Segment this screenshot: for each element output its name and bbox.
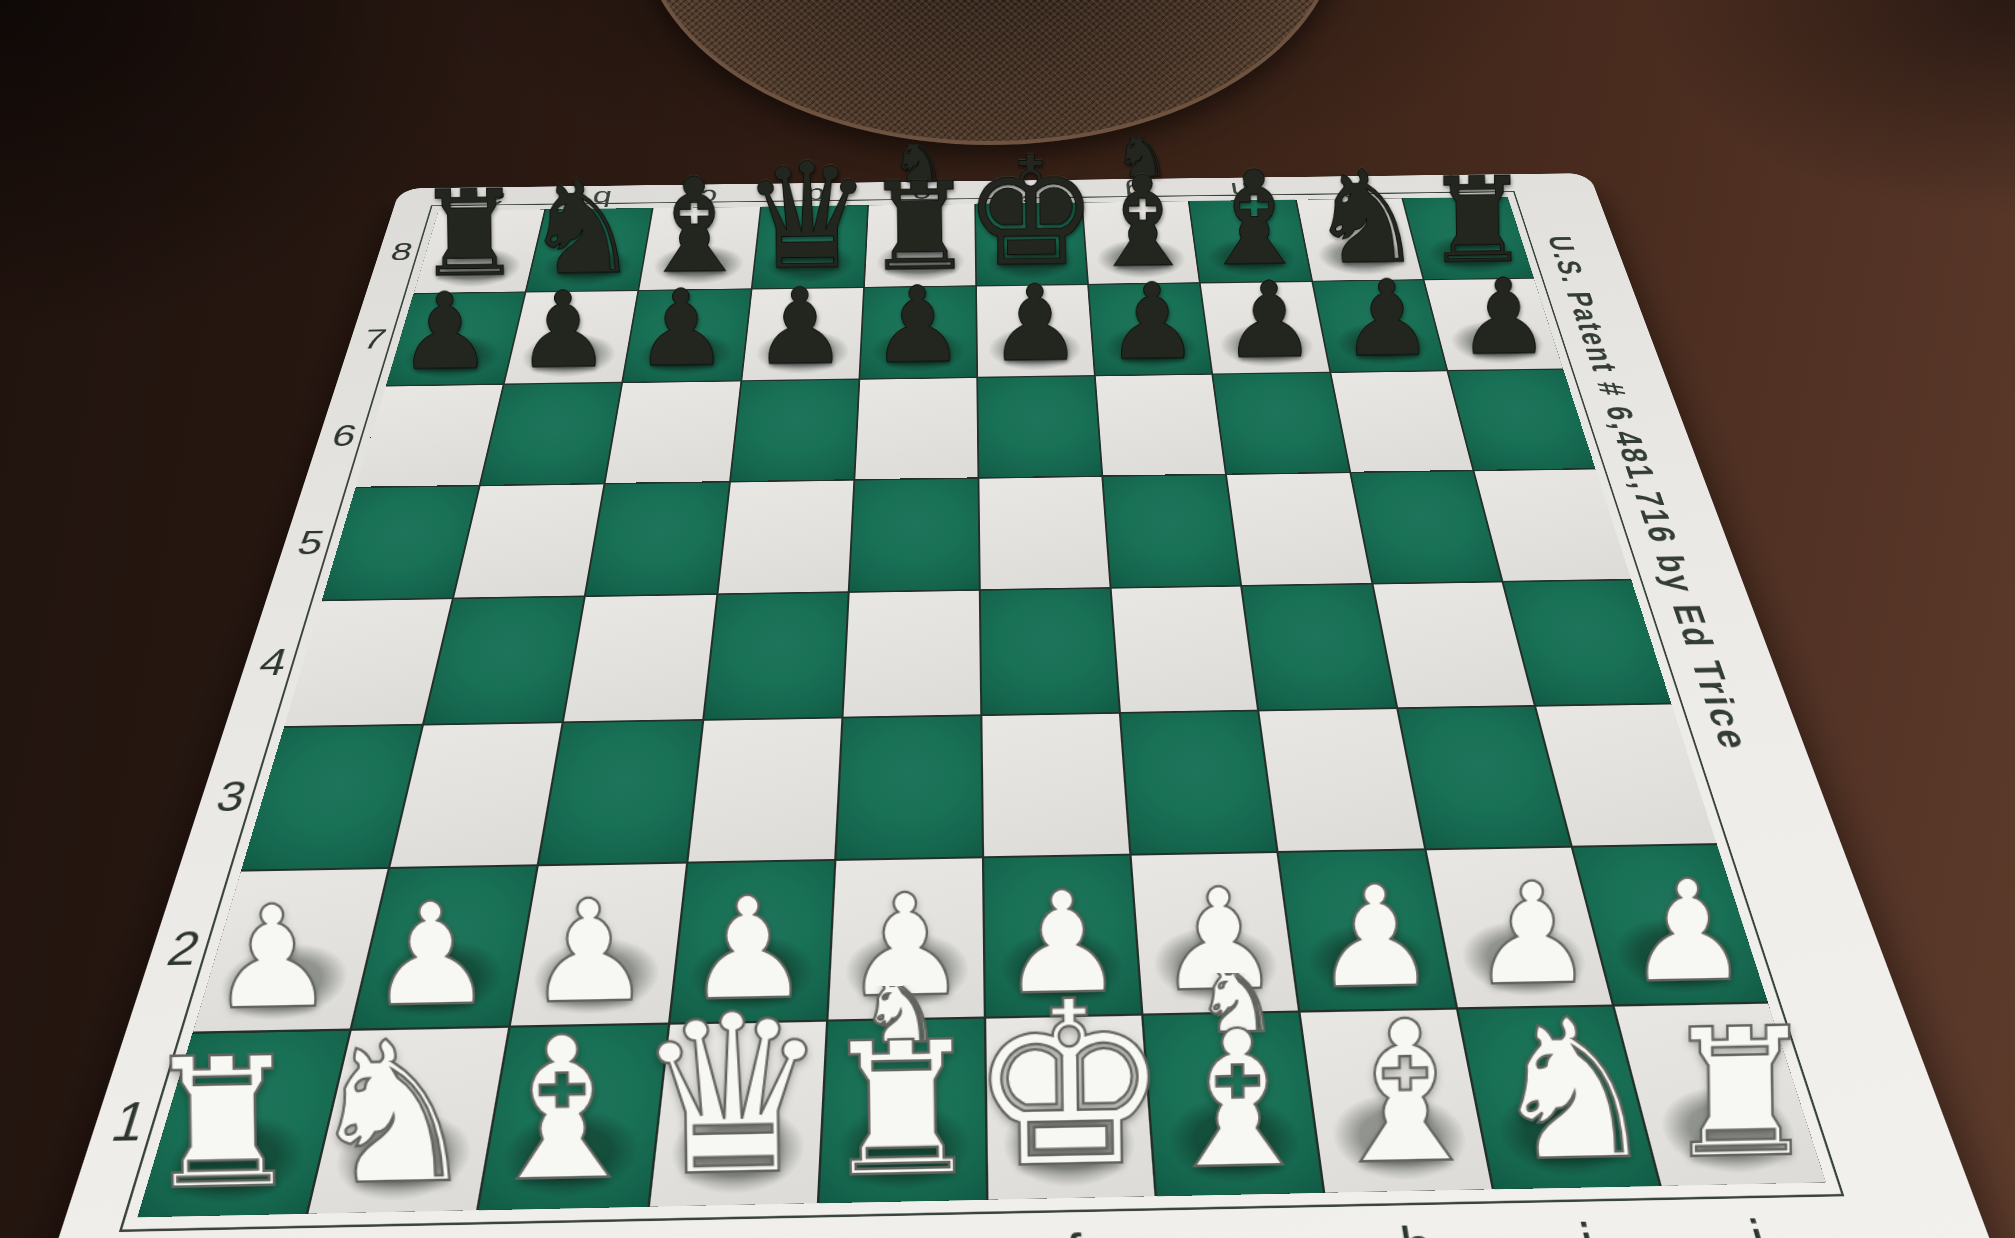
file-label-top-g: g [1080, 178, 1189, 204]
square-b5 [454, 484, 604, 597]
square-d7: ♟ [742, 288, 863, 380]
square-b7: ♟ [505, 291, 638, 383]
square-j4 [1503, 580, 1671, 705]
piece-black-pawn-h7: ♟ [1222, 272, 1317, 370]
file-label-bottom-a: a [103, 1219, 306, 1238]
square-d4 [703, 593, 847, 719]
file-label-bottom-e: e [812, 1205, 988, 1238]
square-e6 [855, 378, 977, 479]
file-label-bottom-i: i [1492, 1191, 1687, 1238]
square-g7: ♟ [1089, 284, 1211, 375]
pawn-glyph: ♟ [633, 279, 729, 377]
square-e4 [843, 591, 980, 717]
pawn-glyph: ♟ [1339, 270, 1434, 368]
file-label-bottom-j: j [1660, 1188, 1861, 1238]
square-d5 [718, 480, 853, 593]
square-e7: ♟ [860, 287, 976, 379]
piece-white-knight-b1: ♞ [303, 1023, 481, 1206]
file-label-top-f: f [974, 180, 1081, 206]
file-label-bottom-g: g [1156, 1198, 1339, 1238]
file-label-bottom-d: d [635, 1208, 817, 1238]
square-f6 [978, 376, 1101, 477]
square-c4 [564, 595, 716, 722]
square-j6 [1448, 369, 1595, 469]
square-e5 [849, 479, 978, 592]
bishop-glyph: ♝ [472, 1018, 652, 1203]
square-f3 [982, 714, 1129, 856]
piece-white-king-f1: ♚ [966, 980, 1172, 1193]
square-j7: ♟ [1424, 279, 1562, 370]
pawn-glyph: ♟ [987, 275, 1082, 373]
rook-glyph: ♜ [140, 1041, 304, 1209]
piece-black-pawn-j7: ♟ [1456, 268, 1551, 365]
file-label-top-c: c [653, 184, 763, 210]
square-f5 [979, 477, 1109, 589]
square-g1: ♞♝ [1143, 1012, 1322, 1196]
square-a5 [322, 486, 479, 600]
square-c5 [586, 482, 728, 595]
square-e1: ♞♜ [818, 1018, 985, 1203]
square-i6 [1330, 371, 1471, 472]
piece-white-chancellor-e1: ♞♜ [817, 984, 985, 1196]
piece-black-pawn-a7: ♟ [397, 283, 493, 381]
pawn-glyph: ♟ [1105, 273, 1200, 371]
queen-glyph: ♛ [632, 993, 832, 1199]
pawn-glyph: ♟ [1456, 268, 1551, 365]
square-d6 [730, 379, 858, 480]
file-label-top-b: b [545, 185, 657, 211]
pawn-glyph: ♟ [515, 281, 611, 379]
vinyl-chess-mat: abcdefghij 87654321 ♜♞♝♛♞♜♚♞♝♝♞♜♟♟♟♟♟♟♟♟… [24, 173, 2011, 1238]
square-g3 [1121, 712, 1276, 853]
file-label-top-h: h [1185, 177, 1295, 203]
square-b1: ♞ [308, 1028, 508, 1214]
piece-white-rook-a1: ♜ [140, 1041, 304, 1209]
square-f1: ♚ [986, 1015, 1155, 1199]
piece-black-pawn-d7: ♟ [752, 278, 848, 376]
square-c3 [539, 721, 701, 864]
piece-black-pawn-e7: ♟ [869, 276, 964, 374]
file-label-top-a: a [437, 186, 551, 212]
square-c7: ♟ [623, 290, 750, 382]
square-h3 [1259, 709, 1423, 850]
piece-black-pawn-b7: ♟ [515, 281, 611, 379]
pawn-glyph: ♟ [869, 276, 964, 374]
square-g6 [1095, 374, 1224, 475]
square-e3 [836, 716, 982, 858]
pawn-glyph: ♟ [752, 278, 848, 376]
rook-glyph: ♜ [1660, 1012, 1820, 1178]
piece-white-rook-j1: ♜ [1660, 1012, 1820, 1178]
square-h5 [1227, 473, 1371, 585]
square-b6 [481, 383, 622, 485]
square-g5 [1103, 475, 1240, 587]
file-label-top-d: d [760, 182, 869, 208]
square-h4 [1242, 585, 1395, 710]
knight-glyph: ♞ [1485, 1001, 1660, 1182]
piece-black-pawn-g7: ♟ [1105, 273, 1200, 371]
square-g4 [1111, 587, 1257, 713]
file-label-bottom-h: h [1324, 1195, 1513, 1238]
king-glyph: ♚ [966, 980, 1172, 1193]
square-f4 [980, 589, 1118, 715]
square-c6 [605, 381, 739, 483]
square-i5 [1350, 471, 1500, 583]
file-label-bottom-b: b [281, 1215, 477, 1238]
piece-white-queen-d1: ♛ [632, 993, 832, 1199]
file-label-bottom-c: c [458, 1212, 647, 1238]
piece-white-archbishop-g1: ♞♝ [1152, 971, 1323, 1188]
piece-black-pawn-i7: ♟ [1339, 270, 1434, 368]
piece-white-knight-i1: ♞ [1485, 1001, 1660, 1182]
square-b3 [390, 723, 561, 866]
square-f7: ♟ [977, 285, 1094, 376]
board-scene: abcdefghij 87654321 ♜♞♝♛♞♜♚♞♝♝♞♜♟♟♟♟♟♟♟♟… [0, 0, 2015, 1238]
square-d1: ♛ [649, 1021, 825, 1206]
piece-black-pawn-f7: ♟ [987, 275, 1082, 373]
pawn-glyph: ♟ [397, 283, 493, 381]
file-label-top-e: e [868, 181, 975, 207]
bishop-glyph: ♝ [1317, 1002, 1494, 1186]
square-h6 [1213, 373, 1348, 474]
file-label-top-j: j [1395, 174, 1508, 200]
piece-white-bishop-h1: ♝ [1317, 1002, 1494, 1186]
piece-black-pawn-c7: ♟ [633, 279, 729, 377]
piece-white-bishop-c1: ♝ [472, 1018, 652, 1203]
square-d3 [688, 719, 841, 861]
square-i3 [1398, 707, 1570, 848]
square-a7: ♟ [386, 293, 525, 385]
square-i7: ♟ [1312, 281, 1445, 372]
archbishop-glyph: ♝ [1152, 1012, 1323, 1189]
chancellor-glyph: ♜ [817, 1023, 984, 1195]
file-label-top-i: i [1290, 176, 1401, 202]
knight-glyph: ♞ [303, 1023, 481, 1206]
file-label-bottom-f: f [987, 1201, 1164, 1238]
square-h7: ♟ [1201, 282, 1329, 373]
square-j5 [1474, 469, 1631, 581]
pawn-glyph: ♟ [1222, 272, 1317, 370]
square-h1: ♝ [1300, 1009, 1490, 1192]
